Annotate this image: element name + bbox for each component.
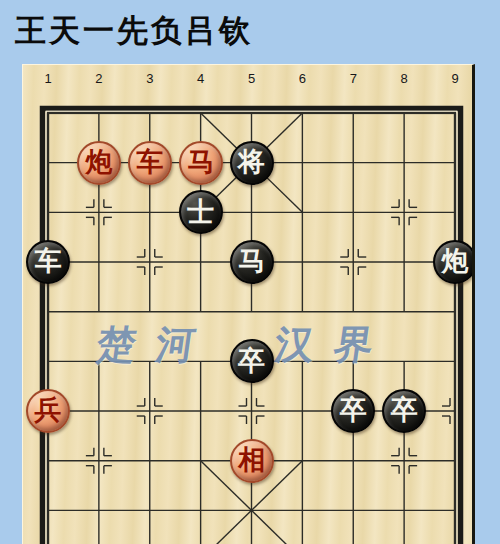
- column-label: 2: [88, 71, 110, 86]
- piece-red-horse[interactable]: 马: [179, 141, 223, 185]
- piece-grid: 炮车马将士车马炮卒兵卒卒相: [23, 88, 475, 544]
- piece-red-elephant[interactable]: 相: [230, 439, 274, 483]
- piece-black-soldier[interactable]: 卒: [230, 339, 274, 383]
- column-label: 4: [190, 71, 212, 86]
- piece-black-general[interactable]: 将: [230, 141, 274, 185]
- column-label: 5: [241, 71, 263, 86]
- piece-black-horse[interactable]: 马: [230, 240, 274, 284]
- column-label: 6: [291, 71, 313, 86]
- piece-black-cannon[interactable]: 炮: [433, 240, 475, 284]
- piece-black-chariot[interactable]: 车: [26, 240, 70, 284]
- xiangqi-board: 楚河 汉界 炮车马将士车马炮卒兵卒卒相 123456789: [22, 64, 475, 544]
- piece-red-cannon[interactable]: 炮: [77, 141, 121, 185]
- column-label: 1: [37, 71, 59, 86]
- piece-black-advisor[interactable]: 士: [179, 190, 223, 234]
- piece-black-soldier[interactable]: 卒: [382, 389, 426, 433]
- column-label: 8: [393, 71, 415, 86]
- column-label: 7: [342, 71, 364, 86]
- piece-red-soldier[interactable]: 兵: [26, 389, 70, 433]
- column-label: 9: [444, 71, 466, 86]
- page: 王天一先负吕钦 楚河 汉界 炮车马将士车马炮卒兵卒卒相 123456789: [0, 0, 500, 544]
- piece-red-chariot[interactable]: 车: [128, 141, 172, 185]
- page-title: 王天一先负吕钦: [15, 10, 253, 52]
- column-label: 3: [139, 71, 161, 86]
- piece-black-soldier[interactable]: 卒: [331, 389, 375, 433]
